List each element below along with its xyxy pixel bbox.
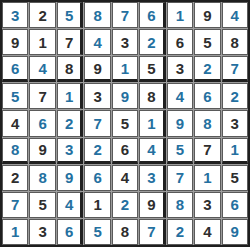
sudoku-cell-r4c3[interactable]: 1 bbox=[57, 83, 83, 109]
sudoku-cell-r8c4[interactable]: 1 bbox=[84, 192, 110, 218]
sudoku-cell-r9c5[interactable]: 8 bbox=[112, 219, 138, 245]
sudoku-cell-r8c9[interactable]: 6 bbox=[222, 192, 248, 218]
sudoku-cell-r8c7[interactable]: 8 bbox=[167, 192, 193, 218]
sudoku-cell-r4c8[interactable]: 6 bbox=[194, 83, 220, 109]
sudoku-cell-r2c5[interactable]: 3 bbox=[112, 29, 138, 55]
sudoku-cell-r3c2[interactable]: 4 bbox=[29, 56, 55, 82]
sudoku-cell-r7c6[interactable]: 3 bbox=[139, 165, 165, 191]
sudoku-cell-r4c5[interactable]: 9 bbox=[112, 83, 138, 109]
sudoku-cell-r2c8[interactable]: 5 bbox=[194, 29, 220, 55]
sudoku-cell-r3c6[interactable]: 5 bbox=[139, 56, 165, 82]
sudoku-cell-r6c1[interactable]: 8 bbox=[2, 138, 28, 164]
sudoku-cell-r2c7[interactable]: 6 bbox=[167, 29, 193, 55]
sudoku-cell-r5c6[interactable]: 1 bbox=[139, 110, 165, 136]
sudoku-cell-r3c3[interactable]: 8 bbox=[57, 56, 83, 82]
sudoku-cell-r6c2[interactable]: 9 bbox=[29, 138, 55, 164]
sudoku-cell-r5c3[interactable]: 2 bbox=[57, 110, 83, 136]
sudoku-cell-r2c2[interactable]: 1 bbox=[29, 29, 55, 55]
sudoku-cell-r3c5[interactable]: 1 bbox=[112, 56, 138, 82]
sudoku-cell-r6c5[interactable]: 6 bbox=[112, 138, 138, 164]
sudoku-cell-r8c3[interactable]: 4 bbox=[57, 192, 83, 218]
sudoku-cell-r3c9[interactable]: 7 bbox=[222, 56, 248, 82]
sudoku-cell-r4c2[interactable]: 7 bbox=[29, 83, 55, 109]
sudoku-cell-r8c8[interactable]: 3 bbox=[194, 192, 220, 218]
sudoku-cell-r2c3[interactable]: 7 bbox=[57, 29, 83, 55]
sudoku-cell-r7c9[interactable]: 5 bbox=[222, 165, 248, 191]
sudoku-cell-r7c7[interactable]: 7 bbox=[167, 165, 193, 191]
sudoku-cell-r4c1[interactable]: 5 bbox=[2, 83, 28, 109]
sudoku-cell-r7c2[interactable]: 8 bbox=[29, 165, 55, 191]
sudoku-cell-r4c4[interactable]: 3 bbox=[84, 83, 110, 109]
sudoku-cell-r3c7[interactable]: 3 bbox=[167, 56, 193, 82]
sudoku-cell-r4c6[interactable]: 8 bbox=[139, 83, 165, 109]
sudoku-cell-r1c1[interactable]: 3 bbox=[2, 2, 28, 28]
sudoku-cell-r3c1[interactable]: 6 bbox=[2, 56, 28, 82]
sudoku-cell-r4c9[interactable]: 2 bbox=[222, 83, 248, 109]
sudoku-cell-r1c7[interactable]: 1 bbox=[167, 2, 193, 28]
sudoku-cell-r1c3[interactable]: 5 bbox=[57, 2, 83, 28]
sudoku-cell-r5c7[interactable]: 9 bbox=[167, 110, 193, 136]
sudoku-cell-r1c2[interactable]: 2 bbox=[29, 2, 55, 28]
sudoku-grid: 3258761949174326586489153275713984624627… bbox=[0, 0, 250, 247]
sudoku-cell-r1c4[interactable]: 8 bbox=[84, 2, 110, 28]
sudoku-cell-r9c1[interactable]: 1 bbox=[2, 219, 28, 245]
sudoku-cell-r8c5[interactable]: 2 bbox=[112, 192, 138, 218]
sudoku-cell-r8c6[interactable]: 9 bbox=[139, 192, 165, 218]
sudoku-cell-r3c4[interactable]: 9 bbox=[84, 56, 110, 82]
sudoku-cell-r9c9[interactable]: 9 bbox=[222, 219, 248, 245]
sudoku-cell-r2c6[interactable]: 2 bbox=[139, 29, 165, 55]
sudoku-cell-r2c9[interactable]: 8 bbox=[222, 29, 248, 55]
sudoku-cell-r5c4[interactable]: 7 bbox=[84, 110, 110, 136]
sudoku-cell-r1c8[interactable]: 9 bbox=[194, 2, 220, 28]
sudoku-cell-r9c7[interactable]: 2 bbox=[167, 219, 193, 245]
sudoku-cell-r5c2[interactable]: 6 bbox=[29, 110, 55, 136]
sudoku-cell-r9c8[interactable]: 4 bbox=[194, 219, 220, 245]
sudoku-cell-r7c1[interactable]: 2 bbox=[2, 165, 28, 191]
sudoku-cell-r6c7[interactable]: 5 bbox=[167, 138, 193, 164]
sudoku-cell-r2c4[interactable]: 4 bbox=[84, 29, 110, 55]
sudoku-cell-r5c5[interactable]: 5 bbox=[112, 110, 138, 136]
sudoku-cell-r9c3[interactable]: 6 bbox=[57, 219, 83, 245]
sudoku-cell-r8c1[interactable]: 7 bbox=[2, 192, 28, 218]
sudoku-cell-r5c8[interactable]: 8 bbox=[194, 110, 220, 136]
sudoku-cell-r6c8[interactable]: 7 bbox=[194, 138, 220, 164]
sudoku-cell-r6c6[interactable]: 4 bbox=[139, 138, 165, 164]
sudoku-cell-r4c7[interactable]: 4 bbox=[167, 83, 193, 109]
sudoku-cell-r5c9[interactable]: 3 bbox=[222, 110, 248, 136]
sudoku-cell-r2c1[interactable]: 9 bbox=[2, 29, 28, 55]
sudoku-cell-r7c8[interactable]: 1 bbox=[194, 165, 220, 191]
sudoku-cell-r6c3[interactable]: 3 bbox=[57, 138, 83, 164]
sudoku-cell-r1c9[interactable]: 4 bbox=[222, 2, 248, 28]
sudoku-cell-r1c5[interactable]: 7 bbox=[112, 2, 138, 28]
sudoku-cell-r8c2[interactable]: 5 bbox=[29, 192, 55, 218]
sudoku-cell-r7c5[interactable]: 4 bbox=[112, 165, 138, 191]
sudoku-cell-r9c4[interactable]: 5 bbox=[84, 219, 110, 245]
sudoku-cell-r7c4[interactable]: 6 bbox=[84, 165, 110, 191]
sudoku-cell-r7c3[interactable]: 9 bbox=[57, 165, 83, 191]
sudoku-cell-r1c6[interactable]: 6 bbox=[139, 2, 165, 28]
sudoku-cell-r6c4[interactable]: 2 bbox=[84, 138, 110, 164]
sudoku-cell-r3c8[interactable]: 2 bbox=[194, 56, 220, 82]
sudoku-cell-r6c9[interactable]: 1 bbox=[222, 138, 248, 164]
sudoku-cell-r5c1[interactable]: 4 bbox=[2, 110, 28, 136]
sudoku-cell-r9c2[interactable]: 3 bbox=[29, 219, 55, 245]
sudoku-cell-r9c6[interactable]: 7 bbox=[139, 219, 165, 245]
